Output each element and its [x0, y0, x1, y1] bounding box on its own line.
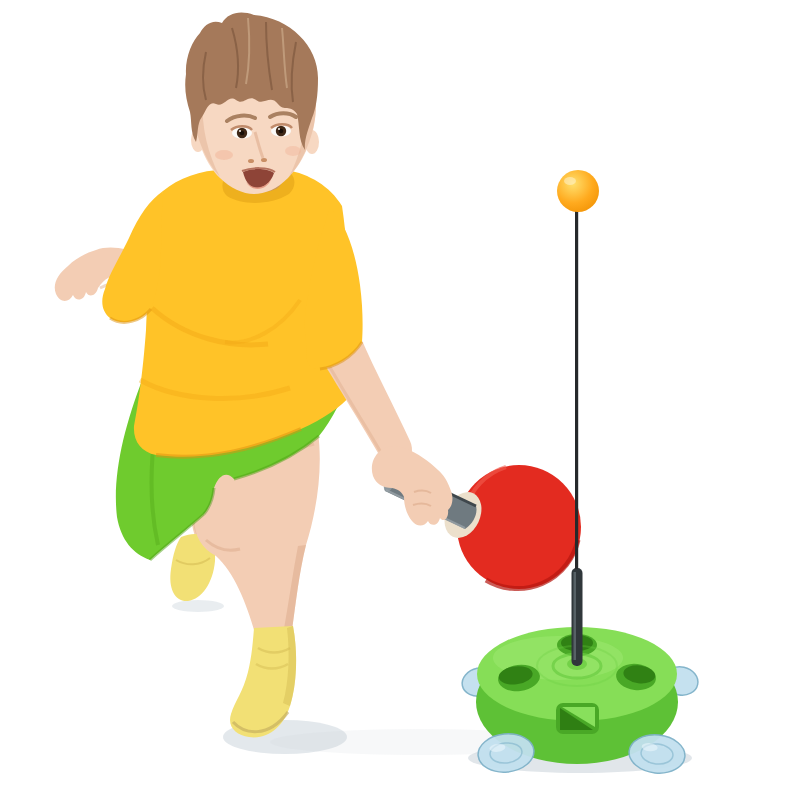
blush-left [215, 150, 233, 160]
rod-sleeve [572, 568, 583, 666]
rod-sleeve-highlight [574, 572, 577, 660]
right-eye-glint [278, 128, 280, 130]
ball-glint [564, 177, 576, 185]
ball [557, 170, 599, 212]
blush-right [285, 146, 301, 156]
left-eye-glint [239, 130, 241, 132]
left-nostril [248, 159, 254, 163]
scene-illustration [0, 0, 800, 800]
back-foot-shadow [172, 600, 224, 612]
right-nostril [261, 158, 267, 162]
flexible-rod [575, 209, 578, 569]
trainer-ball [557, 170, 599, 212]
